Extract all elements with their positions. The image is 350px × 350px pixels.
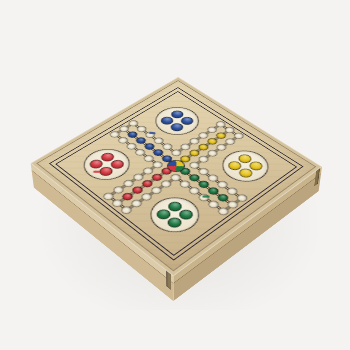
track-link [203, 197, 215, 205]
track-hole [206, 173, 220, 183]
track-hole [196, 167, 210, 177]
track-link [212, 177, 224, 185]
track-link [126, 202, 138, 210]
track-hole [169, 173, 183, 183]
track-link [222, 197, 234, 205]
home-circle-yellow [213, 144, 278, 188]
track-hole [159, 179, 173, 189]
home-circle-green [140, 191, 209, 240]
box-rim [31, 77, 322, 276]
paint-mark-blue [149, 132, 156, 134]
track-link [156, 170, 168, 178]
track-hole [129, 198, 144, 208]
peg-green [176, 208, 195, 222]
track-link [127, 189, 139, 197]
track-hole [187, 186, 202, 196]
ladder-hole-green [178, 166, 192, 176]
track-link [117, 202, 128, 210]
track-link [146, 189, 158, 197]
track-link [221, 184, 233, 192]
track-hole [225, 199, 240, 209]
track-link [212, 203, 224, 211]
track-link [202, 183, 214, 191]
track-link [118, 183, 130, 191]
track-link [166, 164, 177, 172]
ladder-hole-green [206, 186, 221, 196]
track-hole [178, 179, 192, 189]
track-hole [131, 172, 145, 182]
track-link [212, 190, 224, 198]
peg-red [97, 165, 116, 178]
track-link [184, 171, 195, 179]
track-hole [225, 186, 240, 196]
ludo-board-face [38, 81, 315, 270]
track-link [193, 165, 204, 173]
ladder-hole-red [120, 191, 135, 201]
track-link [147, 164, 159, 172]
track-link [138, 170, 150, 178]
track-link [222, 204, 234, 212]
track-hole [141, 166, 155, 176]
track-hole [119, 205, 134, 216]
track-link [136, 196, 148, 204]
track-link [146, 177, 158, 185]
track-link [155, 183, 167, 191]
track-hole [110, 198, 125, 208]
ladder-hole-red [130, 185, 145, 195]
wooden-game-box [31, 77, 322, 276]
peg-green [165, 216, 185, 230]
track-link [117, 196, 129, 204]
paint-mark-red [93, 170, 100, 172]
ladder-hole-green [215, 192, 230, 202]
ladder-hole-red [150, 172, 164, 182]
track-hole [206, 199, 221, 209]
lid-groove-notch-2 [314, 168, 320, 186]
track-link [231, 190, 243, 198]
track-hole [149, 185, 164, 195]
track-link [184, 183, 196, 191]
track-link [108, 189, 120, 197]
track-link [193, 177, 204, 185]
paint-mark-green [203, 196, 210, 198]
track-hole [215, 179, 229, 189]
track-link [193, 190, 205, 198]
track-link [128, 176, 140, 184]
product-photo[interactable] [0, 0, 350, 350]
track-hole [112, 185, 127, 195]
lid-groove-notch [166, 271, 171, 290]
track-link [175, 164, 186, 172]
photo-scene [0, 0, 350, 350]
track-link [202, 171, 213, 179]
track-hole [196, 192, 211, 202]
track-hole [234, 193, 249, 203]
track-link [165, 177, 177, 185]
track-link [175, 177, 186, 185]
peg-yellow [236, 167, 255, 180]
track-link [108, 195, 119, 203]
ladder-hole-green [196, 179, 210, 189]
track-hole [139, 192, 154, 202]
track-link [231, 197, 243, 205]
peg-green [165, 200, 184, 214]
ladder-hole-red [140, 179, 154, 189]
track-hole [216, 206, 231, 217]
ladder-hole-red [160, 166, 174, 176]
ladder-hole-green [187, 173, 201, 183]
peg-green [154, 207, 173, 221]
track-hole [102, 191, 117, 201]
track-hole [122, 178, 136, 188]
track-link [137, 183, 149, 191]
